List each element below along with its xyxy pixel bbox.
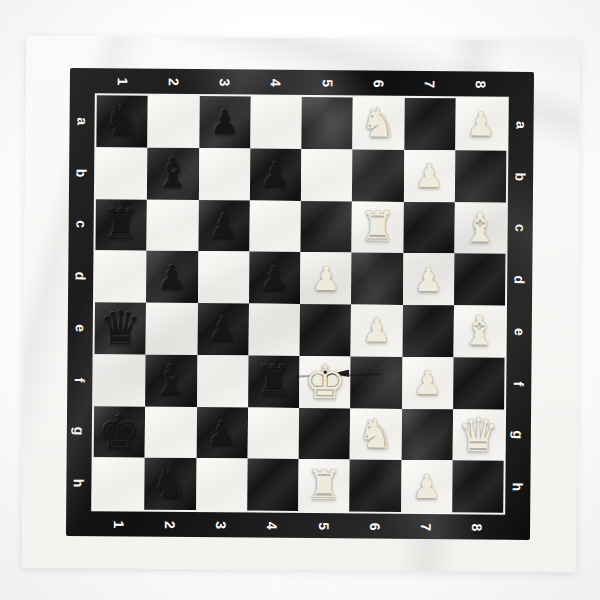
- rank-labels-top-5: 5: [320, 79, 336, 87]
- square-e8[interactable]: ♝: [453, 305, 505, 357]
- white-knight-a6[interactable]: ♞: [360, 103, 397, 144]
- rank-labels-bottom-2: 2: [162, 520, 178, 528]
- square-h8[interactable]: [452, 461, 504, 513]
- black-bishop-b2[interactable]: ♝: [154, 153, 191, 194]
- rank-labels-top: 12345678: [97, 68, 507, 97]
- file-labels-left-f: f: [72, 377, 88, 382]
- rank-labels-top-2: 2: [166, 77, 182, 85]
- white-pawn-a8[interactable]: ♟: [466, 108, 496, 141]
- square-f3[interactable]: [197, 355, 249, 407]
- white-pawn-e6[interactable]: ♟: [362, 314, 392, 347]
- square-d8[interactable]: [454, 254, 506, 306]
- file-labels-left-b: b: [74, 168, 90, 177]
- file-labels-left: abcdefgh: [66, 95, 95, 509]
- file-labels-right-e: e: [511, 328, 527, 336]
- square-a4[interactable]: [250, 97, 302, 149]
- white-pawn-f7[interactable]: ♟: [413, 366, 443, 399]
- file-labels-right-d: d: [512, 276, 528, 285]
- black-king-g1[interactable]: ♚: [98, 408, 141, 455]
- square-b5[interactable]: [301, 149, 353, 201]
- square-e7[interactable]: [402, 305, 454, 357]
- white-rook-h5[interactable]: ♜: [305, 465, 342, 506]
- square-g6[interactable]: ♞: [350, 408, 402, 460]
- square-f7[interactable]: ♟: [402, 357, 454, 409]
- file-labels-right-g: g: [510, 431, 526, 440]
- square-h1[interactable]: [93, 457, 145, 509]
- square-c6[interactable]: ♜: [352, 201, 404, 253]
- square-c8[interactable]: ♝: [454, 202, 506, 254]
- square-a3[interactable]: ♟: [199, 96, 251, 148]
- square-h4[interactable]: [247, 459, 299, 511]
- chess-mat: 12345678 12345678 abcdefgh abcdefgh ♞♟♞♟…: [22, 36, 581, 573]
- rank-labels-top-6: 6: [371, 79, 387, 87]
- square-f4[interactable]: ♜: [248, 355, 300, 407]
- square-b7[interactable]: ♟: [403, 150, 455, 202]
- rank-labels-top-8: 8: [473, 80, 489, 88]
- rank-labels-bottom-8: 8: [469, 523, 485, 531]
- square-g7[interactable]: [401, 408, 453, 460]
- square-g3[interactable]: ♟: [196, 407, 248, 459]
- white-pawn-b7[interactable]: ♟: [414, 159, 444, 192]
- black-pawn-g3[interactable]: ♟: [207, 416, 237, 449]
- square-b1[interactable]: [96, 147, 148, 199]
- square-e6[interactable]: ♟: [351, 304, 403, 356]
- black-pawn-d4[interactable]: ♟: [260, 261, 290, 294]
- black-knight-h2[interactable]: ♞: [152, 463, 189, 504]
- rank-labels-bottom-7: 7: [418, 523, 434, 531]
- square-g5[interactable]: [299, 407, 351, 459]
- square-c4[interactable]: [249, 200, 301, 252]
- square-h7[interactable]: ♟: [401, 460, 453, 512]
- white-pawn-h7[interactable]: ♟: [412, 470, 442, 503]
- rank-labels-bottom-5: 5: [316, 522, 332, 530]
- file-labels-left-c: c: [73, 220, 89, 228]
- square-a5[interactable]: [301, 97, 353, 149]
- square-e3[interactable]: ♟: [197, 303, 249, 355]
- white-bishop-c8[interactable]: ♝: [461, 207, 498, 248]
- square-f5[interactable]: ♚: [299, 356, 351, 408]
- white-pawn-d5[interactable]: ♟: [311, 262, 341, 295]
- square-h5[interactable]: ♜: [298, 459, 350, 511]
- square-d5[interactable]: ♟: [300, 252, 352, 304]
- square-c1[interactable]: ♜: [95, 199, 147, 251]
- square-a2[interactable]: [148, 96, 200, 148]
- square-d7[interactable]: ♟: [402, 253, 454, 305]
- square-e2[interactable]: [146, 303, 198, 355]
- square-a8[interactable]: ♟: [455, 98, 507, 150]
- square-f8[interactable]: [453, 357, 505, 409]
- file-labels-left-h: h: [71, 479, 87, 488]
- rank-labels-top-4: 4: [268, 78, 284, 86]
- rank-labels-bottom-4: 4: [264, 521, 280, 529]
- file-labels-left-a: a: [74, 117, 90, 125]
- file-labels-right-f: f: [511, 381, 527, 386]
- square-g1[interactable]: ♚: [94, 406, 146, 458]
- rank-labels-bottom-3: 3: [213, 521, 229, 529]
- file-labels-left-e: e: [72, 324, 88, 332]
- file-labels-right-a: a: [513, 121, 529, 129]
- square-h6[interactable]: [349, 460, 401, 512]
- square-f1[interactable]: [94, 354, 146, 406]
- white-knight-g6[interactable]: ♞: [357, 413, 394, 454]
- black-bishop-f2[interactable]: ♝: [153, 360, 190, 401]
- square-g8[interactable]: ♛: [452, 409, 504, 461]
- square-g2[interactable]: [145, 406, 197, 458]
- rank-labels-top-3: 3: [217, 78, 233, 86]
- black-pawn-b4[interactable]: ♟: [261, 158, 291, 191]
- white-king-f5[interactable]: ♚: [304, 358, 347, 405]
- white-pawn-d7[interactable]: ♟: [413, 263, 443, 296]
- black-rook-c1[interactable]: ♜: [103, 204, 140, 245]
- square-d1[interactable]: [95, 250, 147, 302]
- square-h3[interactable]: [196, 458, 248, 510]
- square-b4[interactable]: ♟: [250, 148, 302, 200]
- square-e4[interactable]: [248, 304, 300, 356]
- square-f2[interactable]: ♝: [145, 354, 197, 406]
- square-g4[interactable]: [247, 407, 299, 459]
- file-labels-right-c: c: [512, 224, 528, 232]
- square-a6[interactable]: ♞: [353, 97, 405, 149]
- square-d3[interactable]: [198, 251, 250, 303]
- rank-labels-bottom: 12345678: [93, 511, 503, 540]
- square-a7[interactable]: [404, 98, 456, 150]
- board-grid: ♞♟♞♟♝♟♟♜♟♜♝♟♟♟♟♛♟♟♝♝♜♚♟♚♟♞♛♞♜♟: [93, 95, 507, 513]
- black-rook-f4[interactable]: ♜: [255, 361, 292, 402]
- file-labels-right-b: b: [513, 172, 529, 181]
- square-c2[interactable]: [147, 199, 199, 251]
- square-c5[interactable]: [300, 200, 352, 252]
- rank-labels-bottom-1: 1: [111, 520, 127, 528]
- file-labels-right: abcdefgh: [505, 99, 534, 513]
- white-rook-c6[interactable]: ♜: [359, 206, 396, 247]
- square-e5[interactable]: [300, 304, 352, 356]
- file-labels-right-h: h: [510, 483, 526, 492]
- black-pawn-d2[interactable]: ♟: [157, 260, 187, 293]
- square-d4[interactable]: ♟: [249, 252, 301, 304]
- board-frame: 12345678 12345678 abcdefgh abcdefgh ♞♟♞♟…: [66, 68, 534, 540]
- black-knight-a1[interactable]: ♞: [104, 101, 141, 142]
- square-e1[interactable]: ♛: [95, 302, 147, 354]
- square-f6[interactable]: [350, 356, 402, 408]
- rank-labels-top-7: 7: [422, 80, 438, 88]
- black-queen-e1[interactable]: ♛: [99, 305, 142, 352]
- file-labels-left-g: g: [71, 427, 87, 436]
- square-b3[interactable]: [198, 148, 250, 200]
- rank-labels-top-1: 1: [115, 77, 131, 85]
- square-b6[interactable]: [352, 149, 404, 201]
- square-b2[interactable]: ♝: [147, 147, 199, 199]
- black-pawn-a3[interactable]: ♟: [210, 106, 240, 139]
- white-bishop-e8[interactable]: ♝: [461, 311, 498, 352]
- square-d2[interactable]: ♟: [146, 251, 198, 303]
- square-c3[interactable]: ♟: [198, 200, 250, 252]
- square-b8[interactable]: [455, 150, 507, 202]
- rank-labels-bottom-6: 6: [367, 522, 383, 530]
- square-d6[interactable]: [351, 253, 403, 305]
- black-pawn-e3[interactable]: ♟: [208, 313, 238, 346]
- file-labels-left-d: d: [73, 272, 89, 281]
- white-queen-g8[interactable]: ♛: [457, 411, 500, 458]
- black-pawn-c3[interactable]: ♟: [209, 209, 239, 242]
- square-h2[interactable]: ♞: [144, 458, 196, 510]
- square-c7[interactable]: [403, 201, 455, 253]
- square-a1[interactable]: ♞: [96, 95, 148, 147]
